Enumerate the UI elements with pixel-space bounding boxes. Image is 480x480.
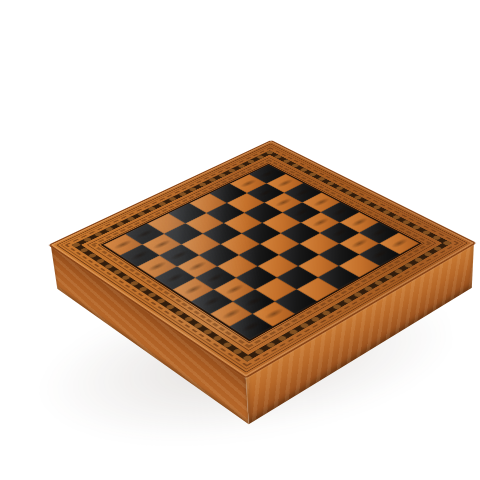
rook-glyph: ♜: [207, 286, 296, 330]
pawn-glyph: ♟: [338, 220, 421, 257]
product-photo-scene: ♜♞♝♚♛♝♞♜♟♟♟♟♟♟♟♟♟♟♟♟♟♟♟♟♜♞♝♛♚♝♞♜: [0, 0, 480, 480]
